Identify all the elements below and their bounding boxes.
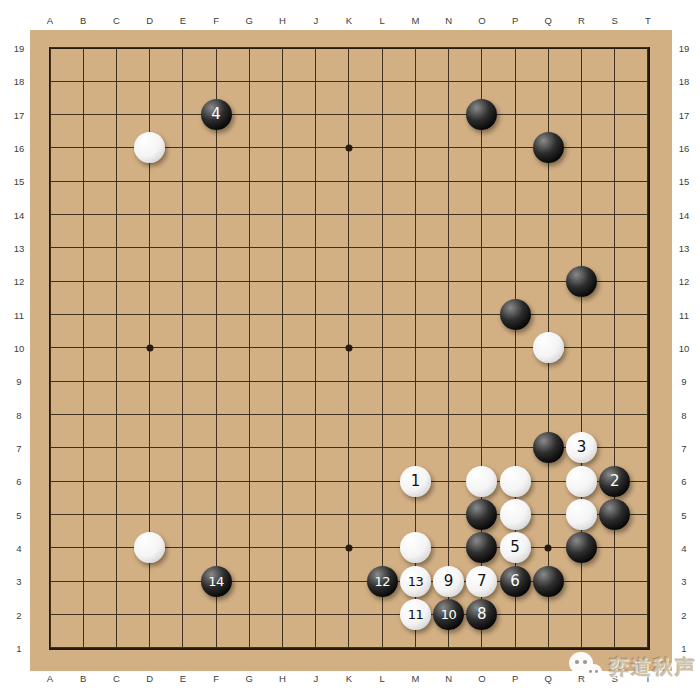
point-M5[interactable] (399, 498, 432, 531)
point-G16[interactable] (233, 131, 266, 164)
point-K10[interactable] (332, 331, 365, 364)
point-O14[interactable] (465, 198, 498, 231)
stone-black-F3[interactable]: 14 (201, 566, 232, 597)
point-Q8[interactable] (532, 398, 565, 431)
stone-white-D16[interactable] (134, 132, 165, 163)
stone-black-Q16[interactable] (533, 132, 564, 163)
point-P9[interactable] (498, 365, 531, 398)
point-A3[interactable] (33, 565, 66, 598)
stone-white-M6[interactable]: 1 (400, 466, 431, 497)
point-G4[interactable] (233, 531, 266, 564)
stone-black-P11[interactable] (500, 299, 531, 330)
stone-white-M4[interactable] (400, 532, 431, 563)
point-C1[interactable] (100, 631, 133, 664)
point-A19[interactable] (33, 31, 66, 64)
point-M7[interactable] (399, 431, 432, 464)
point-D6[interactable] (133, 465, 166, 498)
point-H9[interactable] (266, 365, 299, 398)
point-F13[interactable] (199, 231, 232, 264)
point-N16[interactable] (432, 131, 465, 164)
point-K14[interactable] (332, 198, 365, 231)
point-K3[interactable] (332, 565, 365, 598)
point-O4[interactable] (465, 531, 498, 564)
stone-white-P4[interactable]: 5 (500, 532, 531, 563)
point-S19[interactable] (598, 31, 631, 64)
point-L17[interactable] (366, 98, 399, 131)
point-S8[interactable] (598, 398, 631, 431)
point-G1[interactable] (233, 631, 266, 664)
point-G10[interactable] (233, 331, 266, 364)
point-R3[interactable] (565, 565, 598, 598)
point-A2[interactable] (33, 598, 66, 631)
point-P13[interactable] (498, 231, 531, 264)
point-C9[interactable] (100, 365, 133, 398)
point-O3[interactable]: 7 (465, 565, 498, 598)
point-Q6[interactable] (532, 465, 565, 498)
point-K8[interactable] (332, 398, 365, 431)
point-R10[interactable] (565, 331, 598, 364)
stone-white-O6[interactable] (466, 466, 497, 497)
point-S10[interactable] (598, 331, 631, 364)
point-L19[interactable] (366, 31, 399, 64)
point-S11[interactable] (598, 298, 631, 331)
point-B18[interactable] (67, 65, 100, 98)
point-E7[interactable] (166, 431, 199, 464)
point-N7[interactable] (432, 431, 465, 464)
point-R2[interactable] (565, 598, 598, 631)
point-S5[interactable] (598, 498, 631, 531)
stone-black-R12[interactable] (566, 266, 597, 297)
point-E16[interactable] (166, 131, 199, 164)
point-E8[interactable] (166, 398, 199, 431)
point-G3[interactable] (233, 565, 266, 598)
point-B5[interactable] (67, 498, 100, 531)
stone-black-L3[interactable]: 12 (367, 566, 398, 597)
point-K1[interactable] (332, 631, 365, 664)
point-D5[interactable] (133, 498, 166, 531)
point-D1[interactable] (133, 631, 166, 664)
point-E6[interactable] (166, 465, 199, 498)
point-O8[interactable] (465, 398, 498, 431)
point-R5[interactable] (565, 498, 598, 531)
stone-white-R7[interactable]: 3 (566, 432, 597, 463)
point-O17[interactable] (465, 98, 498, 131)
point-O10[interactable] (465, 331, 498, 364)
point-N11[interactable] (432, 298, 465, 331)
point-P16[interactable] (498, 131, 531, 164)
point-N14[interactable] (432, 198, 465, 231)
point-D11[interactable] (133, 298, 166, 331)
point-Q11[interactable] (532, 298, 565, 331)
point-L9[interactable] (366, 365, 399, 398)
point-H5[interactable] (266, 498, 299, 531)
point-L10[interactable] (366, 331, 399, 364)
point-Q2[interactable] (532, 598, 565, 631)
point-N3[interactable]: 9 (432, 565, 465, 598)
stone-black-P3[interactable]: 6 (500, 566, 531, 597)
stone-black-F17[interactable]: 4 (201, 99, 232, 130)
point-R18[interactable] (565, 65, 598, 98)
point-Q9[interactable] (532, 365, 565, 398)
point-K19[interactable] (332, 31, 365, 64)
point-F6[interactable] (199, 465, 232, 498)
point-S6[interactable]: 2 (598, 465, 631, 498)
point-A9[interactable] (33, 365, 66, 398)
point-C19[interactable] (100, 31, 133, 64)
point-F4[interactable] (199, 531, 232, 564)
point-Q5[interactable] (532, 498, 565, 531)
stone-white-D4[interactable] (134, 532, 165, 563)
point-N12[interactable] (432, 265, 465, 298)
point-B4[interactable] (67, 531, 100, 564)
point-P12[interactable] (498, 265, 531, 298)
point-J17[interactable] (299, 98, 332, 131)
point-F11[interactable] (199, 298, 232, 331)
point-M1[interactable] (399, 631, 432, 664)
stone-white-Q10[interactable] (533, 332, 564, 363)
point-B14[interactable] (67, 198, 100, 231)
point-D14[interactable] (133, 198, 166, 231)
point-Q7[interactable] (532, 431, 565, 464)
point-F17[interactable]: 4 (199, 98, 232, 131)
point-H16[interactable] (266, 131, 299, 164)
point-B6[interactable] (67, 465, 100, 498)
point-A6[interactable] (33, 465, 66, 498)
point-Q14[interactable] (532, 198, 565, 231)
point-T13[interactable] (631, 231, 664, 264)
point-G6[interactable] (233, 465, 266, 498)
point-P1[interactable] (498, 631, 531, 664)
point-L7[interactable] (366, 431, 399, 464)
point-O9[interactable] (465, 365, 498, 398)
point-Q3[interactable] (532, 565, 565, 598)
point-G18[interactable] (233, 65, 266, 98)
point-D8[interactable] (133, 398, 166, 431)
point-L6[interactable] (366, 465, 399, 498)
point-H18[interactable] (266, 65, 299, 98)
point-O11[interactable] (465, 298, 498, 331)
point-E12[interactable] (166, 265, 199, 298)
point-E19[interactable] (166, 31, 199, 64)
point-P15[interactable] (498, 165, 531, 198)
point-Q12[interactable] (532, 265, 565, 298)
point-F15[interactable] (199, 165, 232, 198)
point-R11[interactable] (565, 298, 598, 331)
point-D19[interactable] (133, 31, 166, 64)
stone-white-P5[interactable] (500, 499, 531, 530)
point-M4[interactable] (399, 531, 432, 564)
point-E5[interactable] (166, 498, 199, 531)
point-A7[interactable] (33, 431, 66, 464)
point-C17[interactable] (100, 98, 133, 131)
point-D12[interactable] (133, 265, 166, 298)
stone-black-N2[interactable]: 10 (433, 599, 464, 630)
point-F9[interactable] (199, 365, 232, 398)
point-S2[interactable] (598, 598, 631, 631)
point-J11[interactable] (299, 298, 332, 331)
point-K4[interactable] (332, 531, 365, 564)
point-A13[interactable] (33, 231, 66, 264)
point-T18[interactable] (631, 65, 664, 98)
point-Q13[interactable] (532, 231, 565, 264)
stone-black-S5[interactable] (599, 499, 630, 530)
point-K12[interactable] (332, 265, 365, 298)
point-G5[interactable] (233, 498, 266, 531)
point-L12[interactable] (366, 265, 399, 298)
point-G8[interactable] (233, 398, 266, 431)
point-L15[interactable] (366, 165, 399, 198)
point-B3[interactable] (67, 565, 100, 598)
point-K15[interactable] (332, 165, 365, 198)
point-T8[interactable] (631, 398, 664, 431)
point-H1[interactable] (266, 631, 299, 664)
point-B11[interactable] (67, 298, 100, 331)
point-M3[interactable]: 13 (399, 565, 432, 598)
point-C18[interactable] (100, 65, 133, 98)
point-A4[interactable] (33, 531, 66, 564)
point-C6[interactable] (100, 465, 133, 498)
point-M9[interactable] (399, 365, 432, 398)
point-P19[interactable] (498, 31, 531, 64)
point-J7[interactable] (299, 431, 332, 464)
point-K11[interactable] (332, 298, 365, 331)
point-Q15[interactable] (532, 165, 565, 198)
point-H11[interactable] (266, 298, 299, 331)
point-L16[interactable] (366, 131, 399, 164)
point-C5[interactable] (100, 498, 133, 531)
point-R15[interactable] (565, 165, 598, 198)
point-H7[interactable] (266, 431, 299, 464)
point-R6[interactable] (565, 465, 598, 498)
point-S13[interactable] (598, 231, 631, 264)
stone-white-P6[interactable] (500, 466, 531, 497)
point-C8[interactable] (100, 398, 133, 431)
point-F3[interactable]: 14 (199, 565, 232, 598)
point-T12[interactable] (631, 265, 664, 298)
point-K5[interactable] (332, 498, 365, 531)
point-G9[interactable] (233, 365, 266, 398)
point-L5[interactable] (366, 498, 399, 531)
point-F2[interactable] (199, 598, 232, 631)
point-R16[interactable] (565, 131, 598, 164)
point-F10[interactable] (199, 331, 232, 364)
stone-black-Q7[interactable] (533, 432, 564, 463)
point-B8[interactable] (67, 398, 100, 431)
stone-black-O5[interactable] (466, 499, 497, 530)
point-J2[interactable] (299, 598, 332, 631)
point-B1[interactable] (67, 631, 100, 664)
goban-grid[interactable]: 4312514121397611108 (33, 31, 664, 664)
point-J16[interactable] (299, 131, 332, 164)
point-C2[interactable] (100, 598, 133, 631)
point-P4[interactable]: 5 (498, 531, 531, 564)
stone-white-M3[interactable]: 13 (400, 566, 431, 597)
point-B2[interactable] (67, 598, 100, 631)
point-M12[interactable] (399, 265, 432, 298)
point-J13[interactable] (299, 231, 332, 264)
point-G19[interactable] (233, 31, 266, 64)
point-T19[interactable] (631, 31, 664, 64)
point-B9[interactable] (67, 365, 100, 398)
point-J18[interactable] (299, 65, 332, 98)
point-D18[interactable] (133, 65, 166, 98)
point-A18[interactable] (33, 65, 66, 98)
point-N2[interactable]: 10 (432, 598, 465, 631)
stone-black-S6[interactable]: 2 (599, 466, 630, 497)
point-C16[interactable] (100, 131, 133, 164)
point-S3[interactable] (598, 565, 631, 598)
point-S12[interactable] (598, 265, 631, 298)
point-N19[interactable] (432, 31, 465, 64)
point-F19[interactable] (199, 31, 232, 64)
point-O7[interactable] (465, 431, 498, 464)
point-Q18[interactable] (532, 65, 565, 98)
point-O6[interactable] (465, 465, 498, 498)
point-K9[interactable] (332, 365, 365, 398)
stone-black-R4[interactable] (566, 532, 597, 563)
point-E9[interactable] (166, 365, 199, 398)
point-C7[interactable] (100, 431, 133, 464)
point-L2[interactable] (366, 598, 399, 631)
point-F5[interactable] (199, 498, 232, 531)
point-E3[interactable] (166, 565, 199, 598)
point-L11[interactable] (366, 298, 399, 331)
point-C4[interactable] (100, 531, 133, 564)
point-R9[interactable] (565, 365, 598, 398)
point-B10[interactable] (67, 331, 100, 364)
stone-black-O2[interactable]: 8 (466, 599, 497, 630)
point-J4[interactable] (299, 531, 332, 564)
point-J12[interactable] (299, 265, 332, 298)
point-P18[interactable] (498, 65, 531, 98)
point-E14[interactable] (166, 198, 199, 231)
point-B19[interactable] (67, 31, 100, 64)
point-F16[interactable] (199, 131, 232, 164)
point-D17[interactable] (133, 98, 166, 131)
point-E13[interactable] (166, 231, 199, 264)
point-O15[interactable] (465, 165, 498, 198)
point-O12[interactable] (465, 265, 498, 298)
point-E11[interactable] (166, 298, 199, 331)
point-A15[interactable] (33, 165, 66, 198)
point-T7[interactable] (631, 431, 664, 464)
point-P11[interactable] (498, 298, 531, 331)
point-F14[interactable] (199, 198, 232, 231)
point-R12[interactable] (565, 265, 598, 298)
point-T10[interactable] (631, 331, 664, 364)
point-K18[interactable] (332, 65, 365, 98)
stone-white-R5[interactable] (566, 499, 597, 530)
point-S14[interactable] (598, 198, 631, 231)
point-T16[interactable] (631, 131, 664, 164)
point-A11[interactable] (33, 298, 66, 331)
point-A16[interactable] (33, 131, 66, 164)
point-T3[interactable] (631, 565, 664, 598)
point-P5[interactable] (498, 498, 531, 531)
point-P17[interactable] (498, 98, 531, 131)
point-P7[interactable] (498, 431, 531, 464)
point-B7[interactable] (67, 431, 100, 464)
point-E1[interactable] (166, 631, 199, 664)
point-N10[interactable] (432, 331, 465, 364)
stone-black-Q3[interactable] (533, 566, 564, 597)
point-M6[interactable]: 1 (399, 465, 432, 498)
point-R19[interactable] (565, 31, 598, 64)
point-B17[interactable] (67, 98, 100, 131)
point-A17[interactable] (33, 98, 66, 131)
point-F8[interactable] (199, 398, 232, 431)
point-D16[interactable] (133, 131, 166, 164)
point-D13[interactable] (133, 231, 166, 264)
point-N5[interactable] (432, 498, 465, 531)
point-K6[interactable] (332, 465, 365, 498)
point-L8[interactable] (366, 398, 399, 431)
stone-white-O3[interactable]: 7 (466, 566, 497, 597)
point-G13[interactable] (233, 231, 266, 264)
point-J6[interactable] (299, 465, 332, 498)
point-L3[interactable]: 12 (366, 565, 399, 598)
point-G17[interactable] (233, 98, 266, 131)
point-P8[interactable] (498, 398, 531, 431)
point-T15[interactable] (631, 165, 664, 198)
point-H17[interactable] (266, 98, 299, 131)
point-G12[interactable] (233, 265, 266, 298)
point-H14[interactable] (266, 198, 299, 231)
point-J14[interactable] (299, 198, 332, 231)
point-E4[interactable] (166, 531, 199, 564)
point-N15[interactable] (432, 165, 465, 198)
stone-white-R6[interactable] (566, 466, 597, 497)
stone-black-O17[interactable] (466, 99, 497, 130)
point-M11[interactable] (399, 298, 432, 331)
point-L4[interactable] (366, 531, 399, 564)
point-B16[interactable] (67, 131, 100, 164)
point-Q19[interactable] (532, 31, 565, 64)
point-B12[interactable] (67, 265, 100, 298)
point-M16[interactable] (399, 131, 432, 164)
point-C15[interactable] (100, 165, 133, 198)
point-R14[interactable] (565, 198, 598, 231)
point-L1[interactable] (366, 631, 399, 664)
point-D4[interactable] (133, 531, 166, 564)
stone-white-N3[interactable]: 9 (433, 566, 464, 597)
point-N6[interactable] (432, 465, 465, 498)
point-C14[interactable] (100, 198, 133, 231)
point-N1[interactable] (432, 631, 465, 664)
point-N9[interactable] (432, 365, 465, 398)
point-R4[interactable] (565, 531, 598, 564)
point-E18[interactable] (166, 65, 199, 98)
point-T11[interactable] (631, 298, 664, 331)
point-A10[interactable] (33, 331, 66, 364)
point-A1[interactable] (33, 631, 66, 664)
point-N8[interactable] (432, 398, 465, 431)
point-H4[interactable] (266, 531, 299, 564)
point-J3[interactable] (299, 565, 332, 598)
point-O18[interactable] (465, 65, 498, 98)
point-G11[interactable] (233, 298, 266, 331)
point-G14[interactable] (233, 198, 266, 231)
point-S17[interactable] (598, 98, 631, 131)
point-K16[interactable] (332, 131, 365, 164)
point-K7[interactable] (332, 431, 365, 464)
point-M15[interactable] (399, 165, 432, 198)
point-R8[interactable] (565, 398, 598, 431)
point-H3[interactable] (266, 565, 299, 598)
point-N18[interactable] (432, 65, 465, 98)
point-B15[interactable] (67, 165, 100, 198)
point-D3[interactable] (133, 565, 166, 598)
